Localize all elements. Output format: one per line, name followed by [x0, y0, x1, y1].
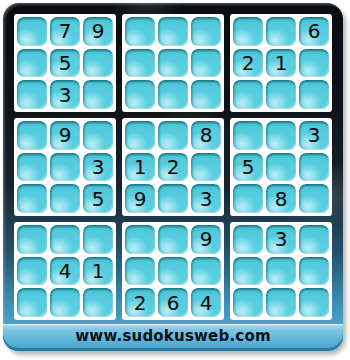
cell-r9c2[interactable]	[50, 288, 80, 317]
cell-r6c2[interactable]	[50, 184, 80, 213]
cell-r5c1[interactable]	[17, 153, 47, 182]
cell-r4c2: 9	[50, 121, 80, 150]
cell-r6c1[interactable]	[17, 184, 47, 213]
cell-r8c4[interactable]	[125, 257, 155, 286]
cell-r6c6: 3	[191, 184, 221, 213]
cell-r7c1[interactable]	[17, 225, 47, 254]
cell-r3c7[interactable]	[233, 80, 263, 109]
cell-r2c9[interactable]	[299, 49, 329, 78]
cell-r5c4: 1	[125, 153, 155, 182]
cell-r7c9[interactable]	[299, 225, 329, 254]
cell-r3c6[interactable]	[191, 80, 221, 109]
cell-r1c7[interactable]	[233, 17, 263, 46]
box-4: 935	[14, 118, 116, 216]
cell-r3c3[interactable]	[83, 80, 113, 109]
cell-r3c5[interactable]	[158, 80, 188, 109]
cell-r2c7: 2	[233, 49, 263, 78]
cell-r4c8[interactable]	[266, 121, 296, 150]
cell-r8c5[interactable]	[158, 257, 188, 286]
cell-r4c5[interactable]	[158, 121, 188, 150]
cell-r2c2: 5	[50, 49, 80, 78]
cell-r1c4[interactable]	[125, 17, 155, 46]
cell-r1c8[interactable]	[266, 17, 296, 46]
sudoku-grid: 7953621935812933584192643	[14, 14, 332, 320]
cell-r6c3: 5	[83, 184, 113, 213]
cell-r3c2: 3	[50, 80, 80, 109]
cell-r4c1[interactable]	[17, 121, 47, 150]
cell-r9c1[interactable]	[17, 288, 47, 317]
cell-r1c2: 7	[50, 17, 80, 46]
cell-r8c7[interactable]	[233, 257, 263, 286]
cell-r8c6[interactable]	[191, 257, 221, 286]
box-8: 9264	[122, 222, 224, 320]
cell-r6c7[interactable]	[233, 184, 263, 213]
cell-r5c9[interactable]	[299, 153, 329, 182]
cell-r7c3[interactable]	[83, 225, 113, 254]
cell-r5c3: 3	[83, 153, 113, 182]
cell-r5c6[interactable]	[191, 153, 221, 182]
cell-r2c3[interactable]	[83, 49, 113, 78]
cell-r2c6[interactable]	[191, 49, 221, 78]
cell-r1c3: 9	[83, 17, 113, 46]
website-label: www.sudokusweb.com	[75, 327, 270, 345]
cell-r6c5[interactable]	[158, 184, 188, 213]
box-5: 81293	[122, 118, 224, 216]
cell-r4c4[interactable]	[125, 121, 155, 150]
cell-r3c1[interactable]	[17, 80, 47, 109]
cell-r4c7[interactable]	[233, 121, 263, 150]
box-2	[122, 14, 224, 112]
cell-r9c8[interactable]	[266, 288, 296, 317]
cell-r8c8[interactable]	[266, 257, 296, 286]
cell-r7c8: 3	[266, 225, 296, 254]
cell-r5c5: 2	[158, 153, 188, 182]
cell-r7c6: 9	[191, 225, 221, 254]
cell-r9c3[interactable]	[83, 288, 113, 317]
box-7: 41	[14, 222, 116, 320]
cell-r5c7: 5	[233, 153, 263, 182]
cell-r1c9: 6	[299, 17, 329, 46]
cell-r2c5[interactable]	[158, 49, 188, 78]
cell-r2c1[interactable]	[17, 49, 47, 78]
cell-r2c4[interactable]	[125, 49, 155, 78]
footer-bar: www.sudokusweb.com	[3, 324, 343, 351]
cell-r8c3: 1	[83, 257, 113, 286]
cell-r5c2[interactable]	[50, 153, 80, 182]
cell-r9c9[interactable]	[299, 288, 329, 317]
cell-r3c9[interactable]	[299, 80, 329, 109]
cell-r8c2: 4	[50, 257, 80, 286]
box-6: 358	[230, 118, 332, 216]
sudoku-page: 7953621935812933584192643 www.sudokusweb…	[0, 0, 350, 360]
cell-r9c6: 4	[191, 288, 221, 317]
box-1: 7953	[14, 14, 116, 112]
cell-r4c9: 3	[299, 121, 329, 150]
cell-r6c9[interactable]	[299, 184, 329, 213]
cell-r7c5[interactable]	[158, 225, 188, 254]
cell-r1c1[interactable]	[17, 17, 47, 46]
cell-r6c8: 8	[266, 184, 296, 213]
box-3: 621	[230, 14, 332, 112]
cell-r1c6[interactable]	[191, 17, 221, 46]
sudoku-board: 7953621935812933584192643 www.sudokusweb…	[3, 3, 343, 351]
cell-r6c4: 9	[125, 184, 155, 213]
cell-r9c7[interactable]	[233, 288, 263, 317]
cell-r5c8[interactable]	[266, 153, 296, 182]
cell-r8c9[interactable]	[299, 257, 329, 286]
cell-r1c5[interactable]	[158, 17, 188, 46]
cell-r2c8: 1	[266, 49, 296, 78]
cell-r7c4[interactable]	[125, 225, 155, 254]
cell-r8c1[interactable]	[17, 257, 47, 286]
cell-r4c3[interactable]	[83, 121, 113, 150]
cell-r9c4: 2	[125, 288, 155, 317]
cell-r9c5: 6	[158, 288, 188, 317]
cell-r7c2[interactable]	[50, 225, 80, 254]
cell-r7c7[interactable]	[233, 225, 263, 254]
cell-r4c6: 8	[191, 121, 221, 150]
box-9: 3	[230, 222, 332, 320]
cell-r3c8[interactable]	[266, 80, 296, 109]
cell-r3c4[interactable]	[125, 80, 155, 109]
